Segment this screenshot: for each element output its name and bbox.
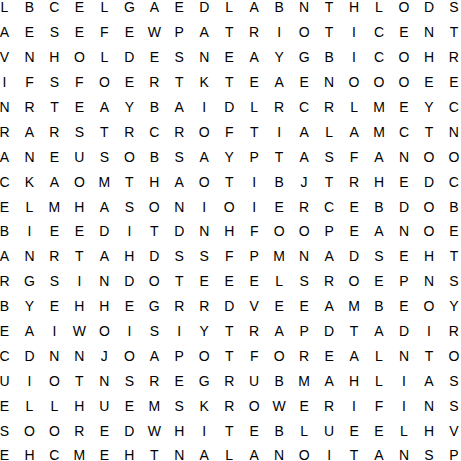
grid-cell[interactable]: O xyxy=(217,194,242,219)
grid-cell[interactable]: P xyxy=(242,144,267,169)
grid-cell[interactable]: F xyxy=(342,144,367,169)
grid-cell[interactable]: R xyxy=(267,95,292,120)
grid-cell[interactable]: N xyxy=(17,144,42,169)
grid-cell[interactable]: U xyxy=(92,393,117,418)
grid-cell[interactable]: S xyxy=(117,368,142,393)
grid-cell[interactable]: E xyxy=(441,219,461,244)
grid-cell[interactable]: A xyxy=(142,0,167,20)
grid-cell[interactable]: H xyxy=(217,219,242,244)
grid-cell[interactable]: E xyxy=(267,194,292,219)
grid-cell[interactable]: I xyxy=(242,169,267,194)
grid-cell[interactable]: W xyxy=(267,393,292,418)
grid-cell[interactable]: H xyxy=(67,294,92,319)
grid-cell[interactable]: R xyxy=(167,119,192,144)
grid-cell[interactable]: I xyxy=(242,194,267,219)
grid-cell[interactable]: T xyxy=(217,343,242,368)
grid-cell[interactable]: I xyxy=(392,368,417,393)
grid-cell[interactable]: H xyxy=(17,443,42,461)
grid-cell[interactable]: E xyxy=(42,219,67,244)
grid-cell[interactable]: B xyxy=(267,0,292,20)
grid-cell[interactable]: N xyxy=(0,95,17,120)
grid-cell[interactable]: E xyxy=(117,20,142,45)
grid-cell[interactable]: P xyxy=(441,443,461,461)
grid-cell[interactable]: R xyxy=(441,319,461,344)
grid-cell[interactable]: L xyxy=(17,393,42,418)
grid-cell[interactable]: E xyxy=(292,393,317,418)
grid-cell[interactable]: E xyxy=(17,20,42,45)
grid-cell[interactable]: H xyxy=(117,244,142,269)
grid-cell[interactable]: K xyxy=(192,70,217,95)
grid-cell[interactable]: H xyxy=(367,169,392,194)
grid-cell[interactable]: M xyxy=(142,393,167,418)
grid-cell[interactable]: H xyxy=(342,0,367,20)
grid-cell[interactable]: I xyxy=(0,70,17,95)
grid-cell[interactable]: A xyxy=(42,169,67,194)
grid-cell[interactable]: A xyxy=(17,119,42,144)
grid-cell[interactable]: O xyxy=(416,194,441,219)
grid-cell[interactable]: I xyxy=(192,95,217,120)
grid-cell[interactable]: H xyxy=(416,244,441,269)
grid-cell[interactable]: T xyxy=(267,144,292,169)
grid-cell[interactable]: G xyxy=(292,45,317,70)
grid-cell[interactable]: O xyxy=(267,219,292,244)
grid-cell[interactable]: C xyxy=(367,45,392,70)
grid-cell[interactable]: O xyxy=(92,70,117,95)
grid-cell[interactable]: C xyxy=(42,0,67,20)
grid-cell[interactable]: O xyxy=(17,418,42,443)
grid-cell[interactable]: A xyxy=(142,343,167,368)
grid-cell[interactable]: A xyxy=(317,294,342,319)
grid-cell[interactable]: F xyxy=(242,219,267,244)
grid-cell[interactable]: M xyxy=(267,244,292,269)
grid-cell[interactable]: E xyxy=(67,219,92,244)
grid-cell[interactable]: G xyxy=(192,368,217,393)
grid-cell[interactable]: O xyxy=(192,343,217,368)
grid-cell[interactable]: M xyxy=(292,368,317,393)
grid-cell[interactable]: O xyxy=(67,45,92,70)
grid-cell[interactable]: E xyxy=(117,294,142,319)
grid-cell[interactable]: D xyxy=(92,219,117,244)
grid-cell[interactable]: C xyxy=(441,95,461,120)
grid-cell[interactable]: B xyxy=(367,194,392,219)
grid-cell[interactable]: H xyxy=(42,45,67,70)
grid-cell[interactable]: N xyxy=(92,368,117,393)
grid-cell[interactable]: E xyxy=(117,393,142,418)
grid-cell[interactable]: S xyxy=(441,0,461,20)
grid-cell[interactable]: E xyxy=(392,294,417,319)
grid-cell[interactable]: D xyxy=(416,169,441,194)
grid-cell[interactable]: R xyxy=(192,294,217,319)
grid-cell[interactable]: L xyxy=(367,0,392,20)
grid-cell[interactable]: S xyxy=(317,144,342,169)
grid-cell[interactable]: O xyxy=(267,343,292,368)
grid-cell[interactable]: T xyxy=(441,20,461,45)
grid-cell[interactable]: O xyxy=(416,294,441,319)
grid-cell[interactable]: E xyxy=(217,269,242,294)
grid-cell[interactable]: R xyxy=(292,194,317,219)
grid-cell[interactable]: B xyxy=(142,95,167,120)
grid-cell[interactable]: R xyxy=(441,45,461,70)
grid-cell[interactable]: E xyxy=(267,294,292,319)
grid-cell[interactable]: E xyxy=(242,70,267,95)
grid-cell[interactable]: D xyxy=(416,0,441,20)
grid-cell[interactable]: I xyxy=(317,443,342,461)
grid-cell[interactable]: S xyxy=(142,319,167,344)
grid-cell[interactable]: O xyxy=(416,144,441,169)
grid-cell[interactable]: C xyxy=(292,95,317,120)
grid-cell[interactable]: D xyxy=(192,0,217,20)
grid-cell[interactable]: N xyxy=(392,219,417,244)
grid-cell[interactable]: D xyxy=(342,244,367,269)
grid-cell[interactable]: M xyxy=(42,194,67,219)
grid-cell[interactable]: N xyxy=(292,0,317,20)
grid-cell[interactable]: T xyxy=(317,0,342,20)
grid-cell[interactable]: A xyxy=(92,244,117,269)
grid-cell[interactable]: R xyxy=(167,294,192,319)
grid-cell[interactable]: A xyxy=(292,119,317,144)
grid-cell[interactable]: O xyxy=(441,343,461,368)
grid-cell[interactable]: S xyxy=(67,119,92,144)
grid-cell[interactable]: O xyxy=(392,70,417,95)
grid-cell[interactable]: I xyxy=(342,45,367,70)
grid-cell[interactable]: T xyxy=(317,169,342,194)
grid-cell[interactable]: T xyxy=(167,269,192,294)
grid-cell[interactable]: U xyxy=(242,368,267,393)
grid-cell[interactable]: R xyxy=(17,95,42,120)
grid-cell[interactable]: B xyxy=(0,219,17,244)
grid-cell[interactable]: N xyxy=(17,244,42,269)
grid-cell[interactable]: R xyxy=(142,368,167,393)
grid-cell[interactable]: O xyxy=(292,20,317,45)
grid-cell[interactable]: F xyxy=(217,119,242,144)
grid-cell[interactable]: R xyxy=(317,269,342,294)
grid-cell[interactable]: I xyxy=(67,269,92,294)
grid-cell[interactable]: P xyxy=(292,319,317,344)
grid-cell[interactable]: O xyxy=(42,418,67,443)
grid-cell[interactable]: T xyxy=(67,368,92,393)
grid-cell[interactable]: A xyxy=(342,119,367,144)
grid-cell[interactable]: V xyxy=(242,294,267,319)
grid-cell[interactable]: E xyxy=(142,45,167,70)
grid-cell[interactable]: Y xyxy=(117,95,142,120)
grid-cell[interactable]: D xyxy=(392,319,417,344)
grid-cell[interactable]: R xyxy=(317,393,342,418)
grid-cell[interactable]: O xyxy=(392,45,417,70)
grid-cell[interactable]: W xyxy=(67,319,92,344)
grid-cell[interactable]: E xyxy=(416,70,441,95)
grid-cell[interactable]: L xyxy=(42,393,67,418)
grid-cell[interactable]: B xyxy=(17,0,42,20)
grid-cell[interactable]: L xyxy=(317,119,342,144)
grid-cell[interactable]: R xyxy=(242,319,267,344)
grid-cell[interactable]: U xyxy=(317,418,342,443)
grid-cell[interactable]: L xyxy=(342,95,367,120)
grid-cell[interactable]: A xyxy=(192,20,217,45)
grid-cell[interactable]: R xyxy=(0,269,17,294)
grid-cell[interactable]: N xyxy=(317,70,342,95)
grid-cell[interactable]: Y xyxy=(17,294,42,319)
grid-cell[interactable]: H xyxy=(167,418,192,443)
grid-cell[interactable]: E xyxy=(392,244,417,269)
grid-cell[interactable]: A xyxy=(92,95,117,120)
grid-cell[interactable]: K xyxy=(17,169,42,194)
grid-cell[interactable]: E xyxy=(367,269,392,294)
grid-cell[interactable]: T xyxy=(416,343,441,368)
grid-cell[interactable]: C xyxy=(367,20,392,45)
grid-cell[interactable]: R xyxy=(0,119,17,144)
grid-cell[interactable]: G xyxy=(17,269,42,294)
grid-cell[interactable]: S xyxy=(117,194,142,219)
grid-cell[interactable]: D xyxy=(117,418,142,443)
grid-cell[interactable]: A xyxy=(267,319,292,344)
grid-cell[interactable]: F xyxy=(367,393,392,418)
grid-cell[interactable]: A xyxy=(416,368,441,393)
grid-cell[interactable]: L xyxy=(217,0,242,20)
grid-cell[interactable]: N xyxy=(392,343,417,368)
grid-cell[interactable]: S xyxy=(0,418,17,443)
grid-cell[interactable]: B xyxy=(267,418,292,443)
grid-cell[interactable]: A xyxy=(342,343,367,368)
grid-cell[interactable]: T xyxy=(142,443,167,461)
grid-cell[interactable]: E xyxy=(392,95,417,120)
grid-cell[interactable]: E xyxy=(167,368,192,393)
grid-cell[interactable]: N xyxy=(67,343,92,368)
grid-cell[interactable]: S xyxy=(167,244,192,269)
grid-cell[interactable]: T xyxy=(217,20,242,45)
grid-cell[interactable]: H xyxy=(416,45,441,70)
grid-cell[interactable]: I xyxy=(342,393,367,418)
grid-cell[interactable]: S xyxy=(416,443,441,461)
grid-cell[interactable]: N xyxy=(17,45,42,70)
grid-cell[interactable]: T xyxy=(42,95,67,120)
grid-cell[interactable]: E xyxy=(167,0,192,20)
grid-cell[interactable]: H xyxy=(142,169,167,194)
grid-cell[interactable]: T xyxy=(217,319,242,344)
grid-cell[interactable]: O xyxy=(117,144,142,169)
grid-cell[interactable]: S xyxy=(42,20,67,45)
grid-cell[interactable]: F xyxy=(92,20,117,45)
grid-cell[interactable]: E xyxy=(0,194,17,219)
grid-cell[interactable]: L xyxy=(17,194,42,219)
grid-cell[interactable]: P xyxy=(167,20,192,45)
grid-cell[interactable]: E xyxy=(317,343,342,368)
grid-cell[interactable]: D xyxy=(17,343,42,368)
grid-cell[interactable]: T xyxy=(217,169,242,194)
grid-cell[interactable]: I xyxy=(416,319,441,344)
grid-cell[interactable]: B xyxy=(441,194,461,219)
grid-cell[interactable]: O xyxy=(242,393,267,418)
grid-cell[interactable]: O xyxy=(192,169,217,194)
grid-cell[interactable]: E xyxy=(0,393,17,418)
grid-cell[interactable]: R xyxy=(217,393,242,418)
grid-cell[interactable]: R xyxy=(292,343,317,368)
grid-cell[interactable]: D xyxy=(142,244,167,269)
grid-cell[interactable]: A xyxy=(0,244,17,269)
grid-cell[interactable]: T xyxy=(92,119,117,144)
grid-cell[interactable]: G xyxy=(142,294,167,319)
grid-cell[interactable]: N xyxy=(42,343,67,368)
grid-cell[interactable]: Y xyxy=(192,319,217,344)
grid-cell[interactable]: D xyxy=(217,294,242,319)
grid-cell[interactable]: O xyxy=(192,119,217,144)
grid-cell[interactable]: S xyxy=(167,144,192,169)
grid-cell[interactable]: N xyxy=(441,119,461,144)
grid-cell[interactable]: I xyxy=(192,418,217,443)
grid-cell[interactable]: T xyxy=(342,319,367,344)
grid-cell[interactable]: T xyxy=(142,219,167,244)
grid-cell[interactable]: T xyxy=(441,244,461,269)
grid-cell[interactable]: A xyxy=(92,194,117,219)
grid-cell[interactable]: A xyxy=(17,319,42,344)
grid-cell[interactable]: N xyxy=(392,443,417,461)
grid-cell[interactable]: O xyxy=(441,144,461,169)
grid-cell[interactable]: N xyxy=(192,45,217,70)
grid-cell[interactable]: N xyxy=(267,443,292,461)
grid-cell[interactable]: L xyxy=(92,45,117,70)
grid-cell[interactable]: A xyxy=(167,169,192,194)
grid-cell[interactable]: O xyxy=(342,70,367,95)
grid-cell[interactable]: T xyxy=(167,70,192,95)
grid-cell[interactable]: E xyxy=(242,269,267,294)
grid-cell[interactable]: P xyxy=(317,219,342,244)
grid-cell[interactable]: S xyxy=(441,368,461,393)
grid-cell[interactable]: E xyxy=(242,418,267,443)
grid-cell[interactable]: I xyxy=(17,368,42,393)
grid-cell[interactable]: E xyxy=(117,70,142,95)
grid-cell[interactable]: P xyxy=(167,343,192,368)
grid-cell[interactable]: B xyxy=(142,144,167,169)
grid-cell[interactable]: N xyxy=(416,393,441,418)
grid-cell[interactable]: A xyxy=(317,244,342,269)
grid-cell[interactable]: V xyxy=(441,418,461,443)
grid-cell[interactable]: T xyxy=(117,169,142,194)
grid-cell[interactable]: C xyxy=(317,194,342,219)
grid-cell[interactable]: A xyxy=(242,0,267,20)
grid-cell[interactable]: E xyxy=(42,294,67,319)
grid-cell[interactable]: E xyxy=(192,269,217,294)
grid-cell[interactable]: L xyxy=(292,418,317,443)
grid-cell[interactable]: F xyxy=(17,70,42,95)
grid-cell[interactable]: E xyxy=(0,319,17,344)
grid-cell[interactable]: I xyxy=(117,319,142,344)
grid-cell[interactable]: L xyxy=(242,95,267,120)
grid-cell[interactable]: F xyxy=(242,343,267,368)
grid-cell[interactable]: A xyxy=(0,20,17,45)
grid-cell[interactable]: D xyxy=(392,194,417,219)
grid-cell[interactable]: I xyxy=(267,20,292,45)
grid-cell[interactable]: B xyxy=(317,45,342,70)
grid-cell[interactable]: I xyxy=(17,219,42,244)
grid-cell[interactable]: C xyxy=(441,169,461,194)
grid-cell[interactable]: A xyxy=(317,368,342,393)
grid-cell[interactable]: U xyxy=(0,368,17,393)
grid-cell[interactable]: N xyxy=(292,244,317,269)
grid-cell[interactable]: S xyxy=(167,393,192,418)
grid-cell[interactable]: I xyxy=(267,119,292,144)
grid-cell[interactable]: H xyxy=(117,443,142,461)
grid-cell[interactable]: N xyxy=(167,443,192,461)
grid-cell[interactable]: M xyxy=(367,95,392,120)
grid-cell[interactable]: N xyxy=(416,20,441,45)
grid-cell[interactable]: S xyxy=(441,393,461,418)
grid-cell[interactable]: E xyxy=(0,443,17,461)
grid-cell[interactable]: E xyxy=(342,418,367,443)
grid-cell[interactable]: N xyxy=(416,269,441,294)
grid-cell[interactable]: E xyxy=(392,169,417,194)
grid-cell[interactable]: E xyxy=(292,70,317,95)
grid-cell[interactable]: O xyxy=(416,219,441,244)
grid-cell[interactable]: T xyxy=(67,244,92,269)
grid-cell[interactable]: N xyxy=(92,269,117,294)
grid-cell[interactable]: S xyxy=(292,269,317,294)
grid-cell[interactable]: O xyxy=(67,169,92,194)
grid-cell[interactable]: A xyxy=(367,443,392,461)
grid-cell[interactable]: L xyxy=(0,0,17,20)
grid-cell[interactable]: L xyxy=(392,418,417,443)
grid-cell[interactable]: A xyxy=(267,70,292,95)
grid-cell[interactable]: D xyxy=(117,269,142,294)
grid-cell[interactable]: O xyxy=(367,70,392,95)
grid-cell[interactable]: O xyxy=(142,269,167,294)
grid-cell[interactable]: H xyxy=(67,393,92,418)
grid-cell[interactable]: C xyxy=(0,169,17,194)
grid-cell[interactable]: S xyxy=(42,269,67,294)
grid-cell[interactable]: J xyxy=(292,169,317,194)
grid-cell[interactable]: N xyxy=(392,144,417,169)
grid-cell[interactable]: L xyxy=(367,368,392,393)
grid-cell[interactable]: E xyxy=(342,194,367,219)
grid-cell[interactable]: E xyxy=(92,443,117,461)
grid-cell[interactable]: C xyxy=(142,119,167,144)
grid-cell[interactable]: A xyxy=(242,45,267,70)
grid-cell[interactable]: M xyxy=(92,169,117,194)
grid-cell[interactable]: B xyxy=(0,294,17,319)
grid-cell[interactable]: B xyxy=(267,368,292,393)
grid-cell[interactable]: T xyxy=(242,119,267,144)
grid-cell[interactable]: S xyxy=(367,244,392,269)
grid-cell[interactable]: L xyxy=(367,343,392,368)
grid-cell[interactable]: Y xyxy=(267,45,292,70)
grid-cell[interactable]: S xyxy=(92,144,117,169)
grid-cell[interactable]: A xyxy=(0,144,17,169)
grid-cell[interactable]: M xyxy=(67,443,92,461)
grid-cell[interactable]: M xyxy=(367,119,392,144)
grid-cell[interactable]: D xyxy=(217,95,242,120)
grid-cell[interactable]: E xyxy=(67,95,92,120)
grid-cell[interactable]: S xyxy=(441,269,461,294)
grid-cell[interactable]: C xyxy=(0,343,17,368)
grid-cell[interactable]: O xyxy=(292,443,317,461)
grid-cell[interactable]: A xyxy=(192,144,217,169)
grid-cell[interactable]: K xyxy=(192,393,217,418)
grid-cell[interactable]: T xyxy=(217,70,242,95)
grid-cell[interactable]: H xyxy=(342,368,367,393)
grid-cell[interactable]: H xyxy=(67,194,92,219)
grid-cell[interactable]: T xyxy=(217,418,242,443)
grid-cell[interactable]: V xyxy=(0,45,17,70)
grid-cell[interactable]: R xyxy=(42,244,67,269)
grid-cell[interactable]: S xyxy=(192,244,217,269)
grid-cell[interactable]: H xyxy=(416,418,441,443)
grid-cell[interactable]: C xyxy=(392,119,417,144)
grid-cell[interactable]: A xyxy=(367,319,392,344)
grid-cell[interactable]: C xyxy=(42,443,67,461)
grid-cell[interactable]: T xyxy=(342,443,367,461)
grid-cell[interactable]: W xyxy=(142,418,167,443)
grid-cell[interactable]: Y xyxy=(217,144,242,169)
grid-cell[interactable]: M xyxy=(342,294,367,319)
grid-cell[interactable]: L xyxy=(267,269,292,294)
